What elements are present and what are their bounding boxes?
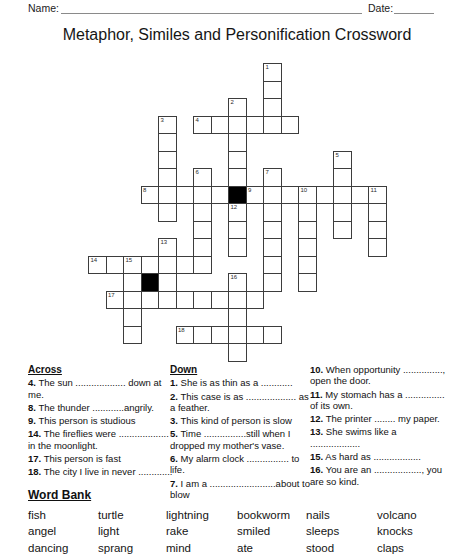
grid-cell-r13c7[interactable] — [211, 291, 230, 310]
down-clue-list-2: 10. When opportunity ..............., op… — [310, 364, 448, 487]
grid-cell-r7c11[interactable] — [281, 186, 300, 205]
grid-cell-r7c16[interactable]: 11 — [368, 186, 387, 205]
clue-item: 15. As hard as .................. — [310, 451, 448, 462]
grid-cell-r13c4[interactable] — [158, 291, 177, 310]
clue-item: 5. Time ................still when I dro… — [170, 428, 310, 451]
word-bank-word: smiled — [237, 523, 306, 539]
grid-cell-r5c4[interactable] — [158, 151, 177, 170]
date-blank-line[interactable] — [394, 1, 434, 14]
grid-cell-r2c8[interactable]: 2 — [228, 98, 247, 117]
grid-cell-r7c14[interactable] — [333, 186, 352, 205]
grid-cell-r8c10[interactable] — [263, 203, 282, 222]
name-label: Name: — [28, 2, 59, 14]
grid-cell-r11c5[interactable] — [176, 256, 195, 275]
grid-cell-r0c10[interactable]: 1 — [263, 63, 282, 82]
grid-cell-r5c8[interactable] — [228, 151, 247, 170]
cell-number: 10 — [301, 187, 308, 194]
clue-item: 4. The sun ................... down at m… — [28, 377, 178, 400]
word-bank-word: sleeps — [306, 523, 377, 539]
down-clue-list-1: 1. She is as thin as a ............2. Th… — [170, 377, 310, 500]
cell-number: 4 — [196, 117, 199, 124]
grid-cell-r13c1[interactable]: 17 — [106, 291, 125, 310]
word-bank-word: bookworm — [237, 507, 306, 523]
word-bank-word: rake — [166, 523, 237, 539]
clue-item: 17. This person is fast — [28, 453, 178, 464]
word-bank-word: mind — [166, 540, 237, 555]
grid-cell-r10c4[interactable]: 13 — [158, 238, 177, 257]
grid-cell-r7c12[interactable]: 10 — [298, 186, 317, 205]
grid-cell-r11c12[interactable] — [298, 256, 317, 275]
grid-cell-r4c4[interactable] — [158, 133, 177, 152]
word-bank-word: knocks — [377, 523, 432, 539]
grid-cell-r8c4[interactable] — [158, 203, 177, 222]
across-clues-column: Across 4. The sun ................... do… — [28, 364, 178, 480]
word-bank-word: dancing — [28, 540, 98, 555]
word-bank-word: lightning — [166, 507, 237, 523]
down-heading: Down — [170, 364, 310, 375]
word-bank-grid: fishturtlelightningbookwormnailsvolcanoa… — [28, 507, 432, 555]
grid-cell-r3c6[interactable]: 4 — [193, 116, 212, 135]
grid-cell-r10c6[interactable] — [193, 238, 212, 257]
grid-cell-r7c10[interactable] — [263, 186, 282, 205]
cell-number: 9 — [248, 187, 251, 194]
cell-number: 12 — [231, 204, 238, 211]
grid-cell-r11c4[interactable] — [158, 256, 177, 275]
word-bank-word: turtle — [98, 507, 166, 523]
grid-cell-r6c10[interactable]: 7 — [263, 168, 282, 187]
clue-item: 10. When opportunity ..............., op… — [310, 364, 448, 387]
grid-cell-r3c10[interactable] — [263, 116, 282, 135]
clue-item: 14. The fireflies were .................… — [28, 428, 178, 451]
blocked-cell-r7c8 — [228, 186, 247, 205]
word-bank-word: nails — [306, 507, 377, 523]
word-bank-word: fish — [28, 507, 98, 523]
grid-cell-r3c8[interactable] — [228, 116, 247, 135]
cell-number: 5 — [336, 152, 339, 159]
cell-number: 18 — [178, 327, 185, 334]
grid-cell-r10c12[interactable] — [298, 238, 317, 257]
grid-cell-r14c8[interactable] — [228, 308, 247, 327]
grid-cell-r12c10[interactable] — [263, 273, 282, 292]
grid-cell-r10c16[interactable] — [368, 238, 387, 257]
clue-item: 13. She swims like a ................... — [310, 426, 448, 449]
crossword-grid: 123456789101112131415161718 — [88, 63, 387, 362]
grid-cell-r4c8[interactable] — [228, 133, 247, 152]
grid-cell-r13c2[interactable] — [123, 291, 142, 310]
grid-cell-r12c2[interactable] — [123, 273, 142, 292]
grid-cell-r11c2[interactable]: 15 — [123, 256, 142, 275]
grid-cell-r6c4[interactable] — [158, 168, 177, 187]
clue-item: 3. This kind of person is slow — [170, 415, 310, 426]
grid-cell-r13c3[interactable] — [141, 291, 160, 310]
cell-number: 13 — [161, 239, 168, 246]
clue-item: 16. You are an .................., you a… — [310, 464, 448, 487]
word-bank-word: light — [98, 523, 166, 539]
grid-cell-r3c4[interactable]: 3 — [158, 116, 177, 135]
word-bank: Word Bank fishturtlelightningbookwormnai… — [28, 488, 432, 555]
grid-cell-r15c2[interactable] — [123, 326, 142, 345]
word-bank-word: volcano — [377, 507, 432, 523]
across-heading: Across — [28, 364, 178, 375]
grid-cell-r7c7[interactable] — [211, 186, 230, 205]
cell-number: 8 — [143, 187, 146, 194]
grid-cell-r7c3[interactable]: 8 — [141, 186, 160, 205]
grid-cell-r15c5[interactable]: 18 — [176, 326, 195, 345]
grid-cell-r16c8[interactable] — [228, 343, 247, 362]
cell-number: 15 — [126, 257, 133, 264]
cell-number: 7 — [266, 169, 269, 176]
grid-cell-r8c16[interactable] — [368, 203, 387, 222]
grid-cell-r9c16[interactable] — [368, 221, 387, 240]
cell-number: 1 — [266, 64, 269, 71]
grid-cell-r5c14[interactable]: 5 — [333, 151, 352, 170]
word-bank-word: angel — [28, 523, 98, 539]
grid-cell-r6c6[interactable]: 6 — [193, 168, 212, 187]
date-label: Date: — [368, 2, 393, 14]
grid-cell-r9c10[interactable] — [263, 221, 282, 240]
clue-item: 6. My alarm clock ................ to li… — [170, 453, 310, 476]
word-bank-word: sprang — [98, 540, 166, 555]
cell-number: 14 — [91, 257, 98, 264]
word-bank-word: ate — [237, 540, 306, 555]
grid-cell-r7c5[interactable] — [176, 186, 195, 205]
clue-item: 2. This case is as ................... a… — [170, 391, 310, 414]
grid-cell-r9c8[interactable] — [228, 221, 247, 240]
across-clue-list: 4. The sun ................... down at m… — [28, 377, 178, 477]
grid-cell-r11c1[interactable] — [106, 256, 125, 275]
grid-cell-r14c2[interactable] — [123, 308, 142, 327]
grid-cell-r15c10[interactable] — [263, 326, 282, 345]
grid-cell-r8c8[interactable]: 12 — [228, 203, 247, 222]
grid-cell-r9c6[interactable] — [193, 221, 212, 240]
grid-cell-r9c12[interactable] — [298, 221, 317, 240]
grid-cell-r13c9[interactable] — [246, 291, 265, 310]
cell-number: 17 — [108, 292, 115, 299]
grid-cell-r7c13[interactable] — [316, 186, 335, 205]
clue-item: 12. The printer ........ my paper. — [310, 413, 448, 424]
grid-cell-r7c4[interactable] — [158, 186, 177, 205]
grid-cell-r10c10[interactable] — [263, 238, 282, 257]
word-bank-heading: Word Bank — [28, 488, 432, 502]
grid-cell-r8c14[interactable] — [333, 203, 352, 222]
grid-cell-r15c8[interactable] — [228, 326, 247, 345]
worksheet-page: Name: Date: Metaphor, Similes and Person… — [0, 0, 474, 555]
grid-cell-r13c8[interactable] — [228, 291, 247, 310]
grid-cell-r7c15[interactable] — [351, 186, 370, 205]
clue-item: 9. This person is studious — [28, 415, 178, 426]
grid-cell-r15c7[interactable] — [211, 326, 230, 345]
cell-number: 6 — [196, 169, 199, 176]
clue-item: 18. The city I live in never ...........… — [28, 466, 178, 477]
grid-cell-r15c9[interactable] — [246, 326, 265, 345]
page-title: Metaphor, Similes and Personification Cr… — [0, 26, 474, 44]
cell-number: 11 — [371, 187, 377, 194]
grid-cell-r8c6[interactable] — [193, 203, 212, 222]
grid-cell-r1c10[interactable] — [263, 81, 282, 100]
grid-cell-r11c3[interactable] — [141, 256, 160, 275]
grid-cell-r6c14[interactable] — [333, 168, 352, 187]
grid-cell-r6c8[interactable] — [228, 168, 247, 187]
grid-cell-r7c9[interactable]: 9 — [246, 186, 265, 205]
grid-cell-r11c6[interactable] — [193, 256, 212, 275]
word-bank-word: stood — [306, 540, 377, 555]
down-clues-column-2: 10. When opportunity ..............., op… — [310, 364, 448, 489]
grid-cell-r12c12[interactable] — [298, 273, 317, 292]
grid-cell-r7c6[interactable] — [193, 186, 212, 205]
grid-cell-r12c8[interactable]: 16 — [228, 273, 247, 292]
grid-cell-r3c11[interactable] — [281, 116, 300, 135]
name-blank-line[interactable] — [61, 1, 362, 14]
grid-cell-r15c6[interactable] — [193, 326, 212, 345]
cell-number: 3 — [161, 117, 164, 124]
cell-number: 2 — [231, 99, 234, 106]
grid-cell-r11c10[interactable] — [263, 256, 282, 275]
grid-cell-r8c12[interactable] — [298, 203, 317, 222]
grid-cell-r3c7[interactable] — [211, 116, 230, 135]
cell-number: 16 — [231, 274, 238, 281]
grid-cell-r9c14[interactable] — [333, 221, 352, 240]
grid-cell-r12c4[interactable] — [158, 273, 177, 292]
grid-cell-r13c6[interactable] — [193, 291, 212, 310]
grid-cell-r2c10[interactable] — [263, 98, 282, 117]
clue-item: 8. The thunder ............angrily. — [28, 402, 178, 413]
grid-cell-r13c5[interactable] — [176, 291, 195, 310]
blocked-cell-r12c3 — [141, 273, 160, 292]
grid-cell-r10c8[interactable] — [228, 238, 247, 257]
word-bank-word: claps — [377, 540, 432, 555]
clue-item: 11. My stomach has a ............... of … — [310, 389, 448, 412]
grid-cell-r11c0[interactable]: 14 — [88, 256, 107, 275]
down-clues-column: Down 1. She is as thin as a ............… — [170, 364, 310, 502]
grid-cell-r3c9[interactable] — [246, 116, 265, 135]
clue-item: 1. She is as thin as a ............ — [170, 377, 310, 388]
